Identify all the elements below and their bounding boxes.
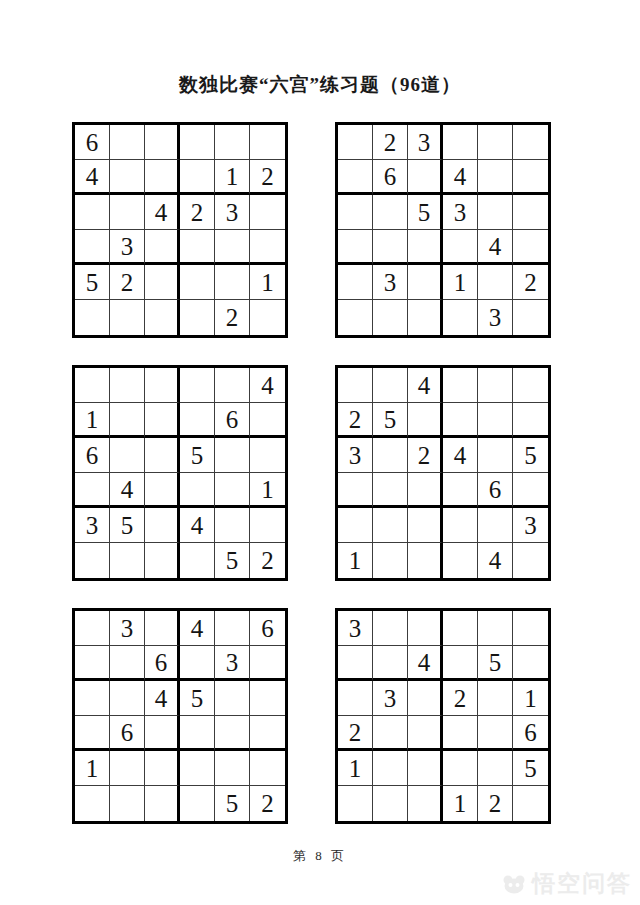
cell-r4c1 xyxy=(75,230,110,265)
cell-r6c5: 5 xyxy=(215,543,250,578)
cell-r1c2: 3 xyxy=(110,611,145,646)
cell-r6c3 xyxy=(408,300,443,335)
cell-r1c1: 3 xyxy=(338,611,373,646)
cell-r2c4 xyxy=(443,403,478,438)
cell-r1c1 xyxy=(338,125,373,160)
cell-r4c6: 6 xyxy=(513,716,548,751)
page-number: 第 8 页 xyxy=(0,847,640,865)
cell-r5c3 xyxy=(145,265,180,300)
cell-r5c1: 1 xyxy=(338,751,373,786)
cell-r6c2 xyxy=(110,300,145,335)
cell-r1c2 xyxy=(373,611,408,646)
cell-r2c5: 1 xyxy=(215,160,250,195)
page-title: 数独比赛“六宫”练习题（96道） xyxy=(0,72,640,98)
cell-r4c2: 4 xyxy=(110,473,145,508)
cell-r6c5: 3 xyxy=(478,300,513,335)
cell-r2c6 xyxy=(513,646,548,681)
cell-r4c3 xyxy=(145,230,180,265)
cell-r6c4 xyxy=(180,786,215,821)
cell-r1c4: 4 xyxy=(180,611,215,646)
cell-r6c2 xyxy=(110,543,145,578)
cell-r3c1: 6 xyxy=(75,438,110,473)
cell-r6c6: 2 xyxy=(250,786,285,821)
sudoku-grid-4: 42532456314 xyxy=(335,365,551,581)
cell-r4c3 xyxy=(408,230,443,265)
cell-r5c1 xyxy=(338,265,373,300)
cell-r5c2: 2 xyxy=(110,265,145,300)
cell-r6c1 xyxy=(75,786,110,821)
cell-r1c1 xyxy=(75,611,110,646)
cell-r3c6: 5 xyxy=(513,438,548,473)
cell-r3c2: 3 xyxy=(373,681,408,716)
cell-r4c5 xyxy=(215,473,250,508)
cell-r1c3 xyxy=(145,125,180,160)
cell-r6c2 xyxy=(373,300,408,335)
cell-r6c6 xyxy=(250,300,285,335)
cell-r2c2: 6 xyxy=(373,160,408,195)
cell-r2c1 xyxy=(338,160,373,195)
cell-r3c1 xyxy=(338,195,373,230)
cell-r2c5 xyxy=(478,160,513,195)
cell-r1c6: 4 xyxy=(250,368,285,403)
cell-r2c2 xyxy=(373,646,408,681)
cell-r6c2 xyxy=(373,786,408,821)
cell-r4c1 xyxy=(338,230,373,265)
cell-r2c4: 4 xyxy=(443,160,478,195)
cell-r5c3 xyxy=(408,751,443,786)
cell-r2c6: 2 xyxy=(250,160,285,195)
cell-r4c4 xyxy=(443,473,478,508)
cell-r5c5 xyxy=(478,751,513,786)
cell-r5c6 xyxy=(250,508,285,543)
cell-r2c6 xyxy=(250,646,285,681)
cell-r2c1: 4 xyxy=(75,160,110,195)
cell-r1c6 xyxy=(513,125,548,160)
cell-r4c2 xyxy=(373,473,408,508)
cell-r1c3 xyxy=(145,611,180,646)
cell-r6c1 xyxy=(338,300,373,335)
cell-r1c2: 2 xyxy=(373,125,408,160)
cell-r4c4 xyxy=(443,230,478,265)
cell-r4c2 xyxy=(373,230,408,265)
cell-r4c4 xyxy=(443,716,478,751)
cell-r6c5: 4 xyxy=(478,543,513,578)
cell-r4c1 xyxy=(338,473,373,508)
cell-r2c5: 3 xyxy=(215,646,250,681)
cell-r4c1 xyxy=(75,473,110,508)
cell-r3c4: 3 xyxy=(443,195,478,230)
cell-r6c6 xyxy=(513,543,548,578)
cell-r3c1 xyxy=(75,681,110,716)
cell-r4c6 xyxy=(513,230,548,265)
cell-r5c1 xyxy=(338,508,373,543)
cell-r1c1 xyxy=(75,368,110,403)
cell-r6c3 xyxy=(145,300,180,335)
cell-r5c3 xyxy=(145,508,180,543)
cell-r5c6: 3 xyxy=(513,508,548,543)
cell-r2c3 xyxy=(145,403,180,438)
cell-r3c4: 2 xyxy=(180,195,215,230)
cell-r2c6 xyxy=(513,403,548,438)
cell-r2c1: 2 xyxy=(338,403,373,438)
cell-r3c1 xyxy=(338,681,373,716)
cell-r5c2 xyxy=(373,508,408,543)
cell-r2c5: 5 xyxy=(478,646,513,681)
cell-r5c6: 2 xyxy=(513,265,548,300)
cell-r2c4 xyxy=(180,403,215,438)
cell-r2c3: 6 xyxy=(145,646,180,681)
cell-r2c3 xyxy=(408,160,443,195)
cell-r4c5: 6 xyxy=(478,473,513,508)
cell-r4c3 xyxy=(408,716,443,751)
cell-r3c3: 2 xyxy=(408,438,443,473)
cell-r3c2 xyxy=(110,438,145,473)
cell-r4c4 xyxy=(180,473,215,508)
watermark-text: 悟空问答 xyxy=(532,868,632,899)
cell-r1c4 xyxy=(443,611,478,646)
sudoku-grid-6: 345321261512 xyxy=(335,608,551,824)
cell-r5c3 xyxy=(408,508,443,543)
cell-r5c5 xyxy=(215,265,250,300)
cell-r1c3: 3 xyxy=(408,125,443,160)
cell-r3c2 xyxy=(373,195,408,230)
cell-r6c4 xyxy=(180,300,215,335)
cell-r3c3 xyxy=(408,681,443,716)
cell-r1c5 xyxy=(215,611,250,646)
cell-r2c4 xyxy=(180,160,215,195)
cell-r4c6 xyxy=(250,716,285,751)
cell-r2c3 xyxy=(408,403,443,438)
cell-r6c3 xyxy=(408,543,443,578)
cell-r2c3: 4 xyxy=(408,646,443,681)
cell-r3c6: 1 xyxy=(513,681,548,716)
cell-r3c3: 5 xyxy=(408,195,443,230)
cell-r3c3: 4 xyxy=(145,195,180,230)
cell-r5c1: 3 xyxy=(75,508,110,543)
cell-r5c6: 5 xyxy=(513,751,548,786)
cell-r1c3 xyxy=(408,611,443,646)
cell-r3c3 xyxy=(145,438,180,473)
cell-r1c6 xyxy=(513,368,548,403)
cell-r2c6 xyxy=(250,403,285,438)
cell-r6c6 xyxy=(513,300,548,335)
cell-r5c2: 3 xyxy=(373,265,408,300)
cell-r4c2 xyxy=(373,716,408,751)
cell-r6c1 xyxy=(75,543,110,578)
cell-r2c3 xyxy=(145,160,180,195)
sudoku-grid-3: 416654135452 xyxy=(72,365,288,581)
cell-r5c1: 1 xyxy=(75,751,110,786)
cell-r4c6 xyxy=(513,473,548,508)
cell-r5c5 xyxy=(215,751,250,786)
cell-r1c4 xyxy=(443,368,478,403)
cell-r6c4 xyxy=(443,543,478,578)
cell-r6c5: 2 xyxy=(215,300,250,335)
cell-r5c6 xyxy=(250,751,285,786)
cell-r3c4: 5 xyxy=(180,681,215,716)
cell-r6c3 xyxy=(145,786,180,821)
cell-r3c2 xyxy=(110,195,145,230)
sudoku-grid-2: 23645343123 xyxy=(335,122,551,338)
cell-r3c2 xyxy=(110,681,145,716)
cell-r4c5: 4 xyxy=(478,230,513,265)
cell-r2c2 xyxy=(110,403,145,438)
cell-r3c4: 5 xyxy=(180,438,215,473)
cell-r5c1: 5 xyxy=(75,265,110,300)
cell-r2c4 xyxy=(180,646,215,681)
cell-r1c6 xyxy=(250,125,285,160)
cell-r3c4: 4 xyxy=(443,438,478,473)
cell-r4c4 xyxy=(180,230,215,265)
cell-r4c4 xyxy=(180,716,215,751)
cell-r3c6 xyxy=(250,195,285,230)
cell-r6c4 xyxy=(443,300,478,335)
cell-r5c5 xyxy=(215,508,250,543)
cell-r2c1 xyxy=(338,646,373,681)
cell-r1c5 xyxy=(478,125,513,160)
cell-r4c1 xyxy=(75,716,110,751)
cell-r3c1 xyxy=(75,195,110,230)
cell-r6c3 xyxy=(408,786,443,821)
cell-r4c2: 6 xyxy=(110,716,145,751)
cell-r1c1: 6 xyxy=(75,125,110,160)
cell-r2c4 xyxy=(443,646,478,681)
cell-r4c5 xyxy=(215,716,250,751)
cell-r4c6 xyxy=(250,230,285,265)
cell-r4c5 xyxy=(215,230,250,265)
cell-r5c3 xyxy=(408,265,443,300)
cell-r3c6 xyxy=(513,195,548,230)
cell-r6c6: 2 xyxy=(250,543,285,578)
cell-r2c1 xyxy=(75,646,110,681)
cell-r3c2 xyxy=(373,438,408,473)
cell-r2c1: 1 xyxy=(75,403,110,438)
cell-r1c5 xyxy=(215,125,250,160)
cell-r5c2 xyxy=(110,751,145,786)
cell-r3c5 xyxy=(478,438,513,473)
sudoku-grid-5: 34663456152 xyxy=(72,608,288,824)
cell-r5c3 xyxy=(145,751,180,786)
cell-r3c5 xyxy=(215,681,250,716)
cell-r6c5: 5 xyxy=(215,786,250,821)
cell-r6c1: 1 xyxy=(338,543,373,578)
cell-r1c2 xyxy=(110,368,145,403)
puzzle-grid-container: 641242335212 23645343123 416654135452 42… xyxy=(72,122,551,824)
cell-r6c4 xyxy=(180,543,215,578)
cell-r5c2 xyxy=(373,751,408,786)
cell-r1c6: 6 xyxy=(250,611,285,646)
cell-r6c2 xyxy=(110,786,145,821)
cell-r3c5: 3 xyxy=(215,195,250,230)
cell-r6c1 xyxy=(75,300,110,335)
cell-r1c6 xyxy=(513,611,548,646)
cell-r6c1 xyxy=(338,786,373,821)
cell-r4c5 xyxy=(478,716,513,751)
cell-r2c2 xyxy=(110,646,145,681)
cell-r3c5 xyxy=(478,681,513,716)
cell-r3c5 xyxy=(478,195,513,230)
cell-r1c2 xyxy=(373,368,408,403)
cell-r4c2: 3 xyxy=(110,230,145,265)
cell-r3c6 xyxy=(250,438,285,473)
cell-r4c6: 1 xyxy=(250,473,285,508)
cell-r4c1: 2 xyxy=(338,716,373,751)
cell-r1c5 xyxy=(215,368,250,403)
cell-r2c5 xyxy=(478,403,513,438)
cell-r5c4: 4 xyxy=(180,508,215,543)
cell-r1c4 xyxy=(443,125,478,160)
cell-r5c4 xyxy=(180,751,215,786)
cell-r6c4: 1 xyxy=(443,786,478,821)
cell-r5c5 xyxy=(478,265,513,300)
cell-r4c3 xyxy=(145,716,180,751)
cell-r5c2: 5 xyxy=(110,508,145,543)
cell-r3c5 xyxy=(215,438,250,473)
cell-r4c3 xyxy=(145,473,180,508)
cell-r1c4 xyxy=(180,125,215,160)
cell-r3c4: 2 xyxy=(443,681,478,716)
cell-r1c3 xyxy=(145,368,180,403)
cell-r1c5 xyxy=(478,611,513,646)
cell-r1c5 xyxy=(478,368,513,403)
cell-r4c3 xyxy=(408,473,443,508)
cell-r5c4 xyxy=(443,508,478,543)
cell-r2c5: 6 xyxy=(215,403,250,438)
cell-r1c4 xyxy=(180,368,215,403)
wukong-logo-icon xyxy=(501,871,527,897)
cell-r5c4 xyxy=(443,751,478,786)
cell-r2c2 xyxy=(110,160,145,195)
cell-r3c1: 3 xyxy=(338,438,373,473)
cell-r6c2 xyxy=(373,543,408,578)
cell-r3c3: 4 xyxy=(145,681,180,716)
cell-r2c2: 5 xyxy=(373,403,408,438)
cell-r5c5 xyxy=(478,508,513,543)
cell-r5c4: 1 xyxy=(443,265,478,300)
cell-r1c2 xyxy=(110,125,145,160)
cell-r3c6 xyxy=(250,681,285,716)
cell-r1c3: 4 xyxy=(408,368,443,403)
cell-r2c6 xyxy=(513,160,548,195)
cell-r1c1 xyxy=(338,368,373,403)
watermark: 悟空问答 xyxy=(501,868,632,899)
cell-r6c5: 2 xyxy=(478,786,513,821)
cell-r6c6 xyxy=(513,786,548,821)
cell-r6c3 xyxy=(145,543,180,578)
sudoku-grid-1: 641242335212 xyxy=(72,122,288,338)
cell-r5c4 xyxy=(180,265,215,300)
cell-r5c6: 1 xyxy=(250,265,285,300)
